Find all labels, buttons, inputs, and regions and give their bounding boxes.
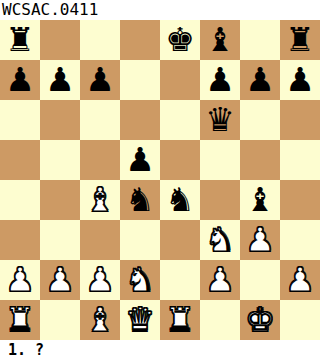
- piece-black-bishop[interactable]: ♝: [205, 20, 235, 60]
- piece-white-pawn[interactable]: ♟: [285, 260, 315, 300]
- square-h8[interactable]: ♜: [280, 20, 320, 60]
- square-b8[interactable]: [40, 20, 80, 60]
- square-d2[interactable]: ♞: [120, 260, 160, 300]
- square-c8[interactable]: [80, 20, 120, 60]
- piece-white-bishop[interactable]: ♝: [85, 300, 115, 340]
- puzzle-id-title: WCSAC.0411: [0, 0, 320, 20]
- square-b6[interactable]: [40, 100, 80, 140]
- piece-black-pawn[interactable]: ♟: [205, 60, 235, 100]
- piece-white-rook[interactable]: ♜: [165, 300, 195, 340]
- square-h7[interactable]: ♟: [280, 60, 320, 100]
- square-d7[interactable]: [120, 60, 160, 100]
- piece-white-queen[interactable]: ♛: [125, 300, 155, 340]
- square-a3[interactable]: [0, 220, 40, 260]
- piece-black-rook[interactable]: ♜: [285, 20, 315, 60]
- square-c5[interactable]: [80, 140, 120, 180]
- square-a2[interactable]: ♟: [0, 260, 40, 300]
- square-a6[interactable]: [0, 100, 40, 140]
- square-b4[interactable]: [40, 180, 80, 220]
- square-a1[interactable]: ♜: [0, 300, 40, 340]
- square-e7[interactable]: [160, 60, 200, 100]
- square-g3[interactable]: ♟: [240, 220, 280, 260]
- piece-black-pawn[interactable]: ♟: [45, 60, 75, 100]
- square-a4[interactable]: [0, 180, 40, 220]
- square-f8[interactable]: ♝: [200, 20, 240, 60]
- square-g1[interactable]: ♚: [240, 300, 280, 340]
- square-d8[interactable]: [120, 20, 160, 60]
- square-d3[interactable]: [120, 220, 160, 260]
- square-e3[interactable]: [160, 220, 200, 260]
- square-e1[interactable]: ♜: [160, 300, 200, 340]
- square-h3[interactable]: [280, 220, 320, 260]
- square-e5[interactable]: [160, 140, 200, 180]
- square-e4[interactable]: ♞: [160, 180, 200, 220]
- square-c7[interactable]: ♟: [80, 60, 120, 100]
- square-c4[interactable]: ♝: [80, 180, 120, 220]
- piece-black-knight[interactable]: ♞: [165, 180, 195, 220]
- square-e8[interactable]: ♚: [160, 20, 200, 60]
- piece-black-pawn[interactable]: ♟: [85, 60, 115, 100]
- square-d1[interactable]: ♛: [120, 300, 160, 340]
- square-f4[interactable]: [200, 180, 240, 220]
- square-g2[interactable]: [240, 260, 280, 300]
- piece-white-pawn[interactable]: ♟: [45, 260, 75, 300]
- square-g6[interactable]: [240, 100, 280, 140]
- square-a8[interactable]: ♜: [0, 20, 40, 60]
- square-f3[interactable]: ♞: [200, 220, 240, 260]
- square-f1[interactable]: [200, 300, 240, 340]
- piece-black-queen[interactable]: ♛: [205, 100, 235, 140]
- square-b1[interactable]: [40, 300, 80, 340]
- chess-board: ♜♚♝♜♟♟♟♟♟♟♛♟♝♞♞♝♞♟♟♟♟♞♟♟♜♝♛♜♚: [0, 20, 320, 340]
- piece-black-knight[interactable]: ♞: [125, 180, 155, 220]
- square-h4[interactable]: [280, 180, 320, 220]
- move-prompt: 1. ?: [0, 340, 320, 360]
- square-h1[interactable]: [280, 300, 320, 340]
- piece-white-pawn[interactable]: ♟: [245, 220, 275, 260]
- square-g7[interactable]: ♟: [240, 60, 280, 100]
- square-c6[interactable]: [80, 100, 120, 140]
- square-c2[interactable]: ♟: [80, 260, 120, 300]
- piece-white-king[interactable]: ♚: [245, 300, 275, 340]
- square-b3[interactable]: [40, 220, 80, 260]
- piece-white-rook[interactable]: ♜: [5, 300, 35, 340]
- square-a5[interactable]: [0, 140, 40, 180]
- piece-black-pawn[interactable]: ♟: [125, 140, 155, 180]
- square-e2[interactable]: [160, 260, 200, 300]
- square-f6[interactable]: ♛: [200, 100, 240, 140]
- piece-black-king[interactable]: ♚: [165, 20, 195, 60]
- piece-black-pawn[interactable]: ♟: [285, 60, 315, 100]
- piece-black-bishop[interactable]: ♝: [245, 180, 275, 220]
- square-g5[interactable]: [240, 140, 280, 180]
- square-b7[interactable]: ♟: [40, 60, 80, 100]
- piece-black-pawn[interactable]: ♟: [5, 60, 35, 100]
- square-h5[interactable]: [280, 140, 320, 180]
- piece-black-rook[interactable]: ♜: [5, 20, 35, 60]
- square-a7[interactable]: ♟: [0, 60, 40, 100]
- piece-white-bishop[interactable]: ♝: [85, 180, 115, 220]
- square-c1[interactable]: ♝: [80, 300, 120, 340]
- piece-black-pawn[interactable]: ♟: [245, 60, 275, 100]
- piece-white-pawn[interactable]: ♟: [205, 260, 235, 300]
- square-b5[interactable]: [40, 140, 80, 180]
- square-d5[interactable]: ♟: [120, 140, 160, 180]
- square-g8[interactable]: [240, 20, 280, 60]
- square-c3[interactable]: [80, 220, 120, 260]
- piece-white-knight[interactable]: ♞: [125, 260, 155, 300]
- square-f7[interactable]: ♟: [200, 60, 240, 100]
- piece-white-knight[interactable]: ♞: [205, 220, 235, 260]
- square-h6[interactable]: [280, 100, 320, 140]
- square-d6[interactable]: [120, 100, 160, 140]
- piece-white-pawn[interactable]: ♟: [85, 260, 115, 300]
- square-e6[interactable]: [160, 100, 200, 140]
- square-b2[interactable]: ♟: [40, 260, 80, 300]
- square-d4[interactable]: ♞: [120, 180, 160, 220]
- piece-white-pawn[interactable]: ♟: [5, 260, 35, 300]
- square-h2[interactable]: ♟: [280, 260, 320, 300]
- square-f2[interactable]: ♟: [200, 260, 240, 300]
- square-f5[interactable]: [200, 140, 240, 180]
- square-g4[interactable]: ♝: [240, 180, 280, 220]
